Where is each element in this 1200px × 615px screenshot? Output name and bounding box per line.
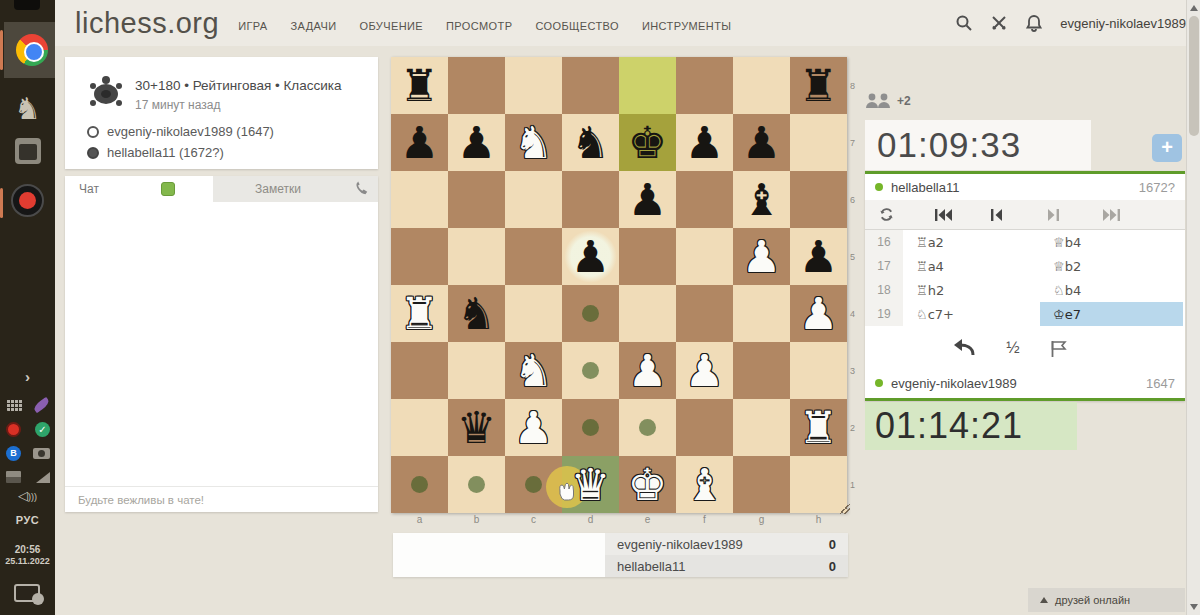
file-labels: abcdefgh (391, 514, 847, 529)
nav-menu: ИГРАЗАДАЧИОБУЧЕНИЕПРОСМОТРСООБЩЕСТВОИНСТ… (238, 20, 731, 32)
collapse-arrow-icon (1040, 597, 1048, 603)
move-white-17[interactable]: ♖a4 (903, 254, 1040, 278)
square-d4[interactable] (562, 285, 619, 342)
move-black-17[interactable]: ♕b2 (1040, 254, 1183, 278)
top-nav: lichess.org ИГРАЗАДАЧИОБУЧЕНИЕПРОСМОТРСО… (55, 0, 1200, 46)
file-label-c: c (505, 514, 562, 529)
square-e2[interactable] (619, 399, 676, 456)
square-h1[interactable] (790, 456, 847, 513)
square-a7[interactable]: ♟ (391, 114, 448, 171)
square-f8[interactable] (676, 57, 733, 114)
crosstable-player-name[interactable]: evgeniy-nikolaev1989 (617, 537, 743, 552)
piece-bP-d5[interactable]: ♟ (562, 228, 619, 285)
crossed-swords-icon[interactable] (990, 14, 1008, 32)
nav-item-5[interactable]: СООБЩЕСТВО (535, 20, 619, 32)
square-d7[interactable]: ♞ (562, 114, 619, 171)
piece-bB-g6[interactable]: ♝ (733, 171, 790, 228)
piece-bQ-b2[interactable]: ♛ (448, 399, 505, 456)
piece-wP-e3[interactable]: ♟ (619, 342, 676, 399)
rank-label-6: 6 (850, 171, 864, 228)
game-info-card: 30+180 • Рейтинговая • Классика 17 минут… (65, 57, 378, 169)
square-d8[interactable] (562, 57, 619, 114)
spectators-count: +2 (897, 94, 911, 108)
top-player-row: hellabella11 1672? (865, 174, 1185, 200)
last-move-button[interactable] (1103, 209, 1159, 221)
square-a5[interactable] (391, 228, 448, 285)
game-started-ago: 17 минут назад (135, 98, 220, 112)
file-label-d: d (562, 514, 619, 529)
move-white-19[interactable]: ♘c7+ (903, 302, 1040, 326)
move-number: 16 (865, 230, 903, 254)
scroll-down-arrow[interactable] (1190, 604, 1198, 610)
page-scrollbar[interactable] (1186, 0, 1200, 615)
game-panel: hellabella11 1672? 16♖a2♕b417♖a4♕b218♖h2… (865, 171, 1185, 401)
move-number: 18 (865, 278, 903, 302)
square-g6[interactable]: ♝ (733, 171, 790, 228)
square-g4[interactable] (733, 285, 790, 342)
square-b3[interactable] (448, 342, 505, 399)
tray-camera-icon[interactable] (33, 448, 50, 459)
rank-labels: 87654321 (850, 57, 864, 513)
move-number: 19 (865, 302, 903, 326)
chat-toggle[interactable] (161, 182, 175, 196)
scroll-up-arrow[interactable] (1190, 5, 1198, 11)
give-time-button[interactable]: + (1152, 134, 1182, 162)
square-c8[interactable] (505, 57, 562, 114)
square-b4[interactable]: ♞ (448, 285, 505, 342)
white-color-icon (87, 126, 99, 138)
piece-wP-c2[interactable]: ♟ (505, 399, 562, 456)
piece-bR-a8[interactable]: ♜ (391, 57, 448, 114)
rank-label-2: 2 (850, 399, 864, 456)
nav-item-4[interactable]: ПРОСМОТР (446, 20, 512, 32)
rank-label-1: 1 (850, 456, 864, 513)
spectators: +2 (865, 93, 911, 108)
piece-bN-b4[interactable]: ♞ (448, 285, 505, 342)
piece-bN-d7[interactable]: ♞ (562, 114, 619, 171)
resign-button[interactable] (1050, 340, 1068, 357)
crosstable-score: 0 (829, 537, 836, 552)
piece-wB-f1[interactable]: ♝ (676, 456, 733, 513)
online-dot (875, 183, 883, 191)
friends-online-bar[interactable]: друзей онлайн (1028, 588, 1185, 612)
piece-wP-f3[interactable]: ♟ (676, 342, 733, 399)
first-move-button[interactable] (935, 209, 991, 221)
bottom-player-row: evgeniy-nikolaev1989 1647 (865, 370, 1185, 396)
classical-turtle-icon (85, 75, 127, 113)
square-g5[interactable]: ♟ (733, 228, 790, 285)
piece-wR-h2[interactable]: ♜ (790, 399, 847, 456)
tab-notes[interactable]: Заметки (213, 176, 343, 202)
square-d6[interactable] (562, 171, 619, 228)
square-h2[interactable]: ♜ (790, 399, 847, 456)
crosstable-row: hellabella110 (605, 555, 848, 577)
speaker-icon[interactable]: ◁))) (0, 488, 55, 503)
top-player-name[interactable]: hellabella11 (891, 180, 959, 195)
square-a6[interactable] (391, 171, 448, 228)
square-e7[interactable]: ♚ (619, 114, 676, 171)
square-h4[interactable]: ♟ (790, 285, 847, 342)
square-b2[interactable]: ♛ (448, 399, 505, 456)
flag-icon (1050, 340, 1068, 357)
square-c7[interactable]: ♞ (505, 114, 562, 171)
crosstable-score: 0 (829, 559, 836, 574)
clock-black: 01:09:33 (865, 120, 1091, 170)
rank-label-8: 8 (850, 57, 864, 114)
voice-chat-button[interactable] (343, 176, 378, 202)
move-dest-dot (411, 476, 428, 493)
square-d3[interactable] (562, 342, 619, 399)
crosstable-row: evgeniy-nikolaev19890 (605, 533, 848, 555)
tray-record-icon[interactable] (6, 422, 21, 437)
game-actions: ½ (865, 328, 1185, 368)
spectators-icon (865, 93, 891, 108)
chat-messages (65, 202, 378, 486)
square-e5[interactable] (619, 228, 676, 285)
file-label-e: e (619, 514, 676, 529)
file-label-f: f (676, 514, 733, 529)
tray-windows-icon[interactable] (6, 471, 21, 483)
file-label-b: b (448, 514, 505, 529)
piece-bP-e6[interactable]: ♟ (619, 171, 676, 228)
crosstable-player-name[interactable]: hellabella11 (617, 559, 685, 574)
piece-wN-c7[interactable]: ♞ (505, 114, 562, 171)
square-b7[interactable]: ♟ (448, 114, 505, 171)
partial-app-icon[interactable] (14, 0, 40, 10)
clock-white-active: 01:14:21 (865, 402, 1077, 450)
square-f2[interactable] (676, 399, 733, 456)
move-white-16[interactable]: ♖a2 (903, 230, 1040, 254)
square-e6[interactable]: ♟ (619, 171, 676, 228)
move-dest-dot (525, 476, 542, 493)
takeback-button[interactable] (952, 339, 976, 357)
active-app-indicator (0, 30, 3, 70)
square-f6[interactable] (676, 171, 733, 228)
file-label-g: g (733, 514, 790, 529)
board-resize-handle[interactable] (840, 504, 850, 514)
system-date: 25.11.2022 (0, 556, 55, 566)
prev-move-button[interactable] (991, 209, 1047, 221)
square-b5[interactable] (448, 228, 505, 285)
square-h5[interactable]: ♟ (790, 228, 847, 285)
chrome-icon[interactable] (16, 34, 48, 66)
network-icon[interactable] (36, 472, 50, 483)
system-clock: 20:56 (0, 544, 55, 555)
next-move-button[interactable] (1047, 209, 1103, 221)
square-g8[interactable] (733, 57, 790, 114)
piece-bP-h5[interactable]: ♟ (790, 228, 847, 285)
cycle-button[interactable] (879, 207, 935, 222)
tab-chat[interactable]: Чат (65, 176, 213, 202)
friends-online-label: друзей онлайн (1055, 594, 1130, 606)
rank-label-3: 3 (850, 342, 864, 399)
app-icon[interactable] (15, 138, 41, 164)
square-f7[interactable]: ♟ (676, 114, 733, 171)
piece-wN-c3[interactable]: ♞ (505, 342, 562, 399)
rank-label-4: 4 (850, 285, 864, 342)
nav-item-6[interactable]: ИНСТРУМЕНТЫ (642, 20, 732, 32)
move-dest-dot (582, 305, 599, 322)
piece-bK-e7[interactable]: ♚ (619, 114, 676, 171)
square-h3[interactable] (790, 342, 847, 399)
square-g1[interactable] (733, 456, 790, 513)
move-black-16[interactable]: ♕b4 (1040, 230, 1183, 254)
chrome-taskbar-slot[interactable] (4, 22, 55, 78)
game-setup-line: 30+180 • Рейтинговая • Классика (135, 78, 342, 93)
bluetooth-icon[interactable]: B (6, 446, 21, 461)
keyboard-layout-label[interactable]: РУС (0, 514, 55, 526)
crosstable: evgeniy-nikolaev19890hellabella110 (393, 533, 848, 577)
square-h8[interactable]: ♜ (790, 57, 847, 114)
piece-wP-g5[interactable]: ♟ (733, 228, 790, 285)
square-h6[interactable] (790, 171, 847, 228)
move-controls (865, 200, 1185, 230)
move-number: 17 (865, 254, 903, 278)
piece-bP-b7[interactable]: ♟ (448, 114, 505, 171)
file-label-a: a (391, 514, 448, 529)
square-d5[interactable]: ♟ (562, 228, 619, 285)
piece-bR-h8[interactable]: ♜ (790, 57, 847, 114)
bottom-player-name[interactable]: evgeniy-nikolaev1989 (891, 376, 1017, 391)
white-player-line[interactable]: evgeniy-nikolaev1989 (1647) (107, 124, 274, 139)
tray-expand-chevron[interactable]: › (0, 368, 55, 385)
rank-label-7: 7 (850, 114, 864, 171)
square-e1[interactable]: ♚ (619, 456, 676, 513)
square-c2[interactable]: ♟ (505, 399, 562, 456)
black-color-icon (87, 147, 99, 159)
grab-hand-cursor (556, 480, 576, 502)
square-d1[interactable]: ♛ (562, 456, 619, 513)
square-a2[interactable] (391, 399, 448, 456)
screen-recorder-icon[interactable] (11, 184, 44, 217)
chat-card: Чат Заметки (65, 176, 378, 512)
square-g2[interactable] (733, 399, 790, 456)
move-dest-dot (468, 476, 485, 493)
bottom-player-rating: 1647 (1146, 376, 1175, 391)
square-b6[interactable] (448, 171, 505, 228)
ime-keyboard-icon[interactable] (14, 584, 40, 602)
piece-wR-a4[interactable]: ♜ (391, 285, 448, 342)
piece-wP-h4[interactable]: ♟ (790, 285, 847, 342)
square-a3[interactable] (391, 342, 448, 399)
square-f3[interactable]: ♟ (676, 342, 733, 399)
search-icon[interactable] (955, 14, 973, 32)
black-player-line[interactable]: hellabella11 (1672?) (107, 145, 224, 160)
tray-check-icon[interactable]: ✓ (35, 422, 50, 437)
chess-board: ♜♜♟♟♞♞♚♟♟♟♝♟♟♟♜♞♟♞♟♟♛♟♜♛♚♝ (391, 57, 847, 513)
square-a4[interactable]: ♜ (391, 285, 448, 342)
top-player-rating: 1672? (1139, 180, 1175, 195)
square-a8[interactable]: ♜ (391, 57, 448, 114)
square-c6[interactable] (505, 171, 562, 228)
chat-input[interactable] (65, 487, 378, 512)
offer-draw-button[interactable]: ½ (1006, 339, 1019, 357)
online-dot (875, 379, 883, 387)
move-white-18[interactable]: ♖h2 (903, 278, 1040, 302)
chess-app-icon[interactable]: ♞ (0, 92, 55, 126)
square-c4[interactable] (505, 285, 562, 342)
square-e3[interactable]: ♟ (619, 342, 676, 399)
square-c3[interactable]: ♞ (505, 342, 562, 399)
move-dest-dot (582, 419, 599, 436)
nav-item-2[interactable]: ЗАДАЧИ (291, 20, 337, 32)
screen: ♞ › ✓ B ◁))) РУС 20:56 25.11.2022 liches… (0, 0, 1200, 615)
piece-wK-e1[interactable]: ♚ (619, 456, 676, 513)
square-c5[interactable] (505, 228, 562, 285)
square-b8[interactable] (448, 57, 505, 114)
move-dest-dot (639, 419, 656, 436)
piece-bP-g7[interactable]: ♟ (733, 114, 790, 171)
recorder-active-indicator (0, 188, 3, 218)
square-h7[interactable] (790, 114, 847, 171)
square-a1[interactable] (391, 456, 448, 513)
os-taskbar: ♞ › ✓ B ◁))) РУС 20:56 25.11.2022 (0, 0, 55, 615)
piece-bP-f7[interactable]: ♟ (676, 114, 733, 171)
square-d2[interactable] (562, 399, 619, 456)
square-f1[interactable]: ♝ (676, 456, 733, 513)
move-black-18[interactable]: ♘b4 (1040, 278, 1183, 302)
square-e8[interactable] (619, 57, 676, 114)
rank-label-5: 5 (850, 228, 864, 285)
tray-feather-icon[interactable] (32, 397, 51, 413)
square-f4[interactable] (676, 285, 733, 342)
square-e4[interactable] (619, 285, 676, 342)
lichess-logo[interactable]: lichess.org (75, 7, 219, 40)
square-g7[interactable]: ♟ (733, 114, 790, 171)
crosstable-games (393, 533, 605, 577)
square-g3[interactable] (733, 342, 790, 399)
scrollbar-thumb[interactable] (1189, 16, 1199, 136)
username-menu[interactable]: evgeniy-nikolaev1989 (1060, 16, 1186, 31)
bell-icon[interactable] (1025, 14, 1043, 32)
piece-bP-a7[interactable]: ♟ (391, 114, 448, 171)
nav-item-3[interactable]: ОБУЧЕНИЕ (359, 20, 423, 32)
move-dest-dot (582, 362, 599, 379)
file-label-h: h (790, 514, 847, 529)
square-f5[interactable] (676, 228, 733, 285)
phone-icon (353, 181, 369, 197)
tray-keyboard-icon[interactable] (6, 399, 23, 411)
nav-item-1[interactable]: ИГРА (238, 20, 267, 32)
square-b1[interactable] (448, 456, 505, 513)
move-black-19[interactable]: ♔e7 (1040, 302, 1183, 326)
move-list: 16♖a2♕b417♖a4♕b218♖h2♘b419♘c7+♔e7 (865, 230, 1185, 326)
